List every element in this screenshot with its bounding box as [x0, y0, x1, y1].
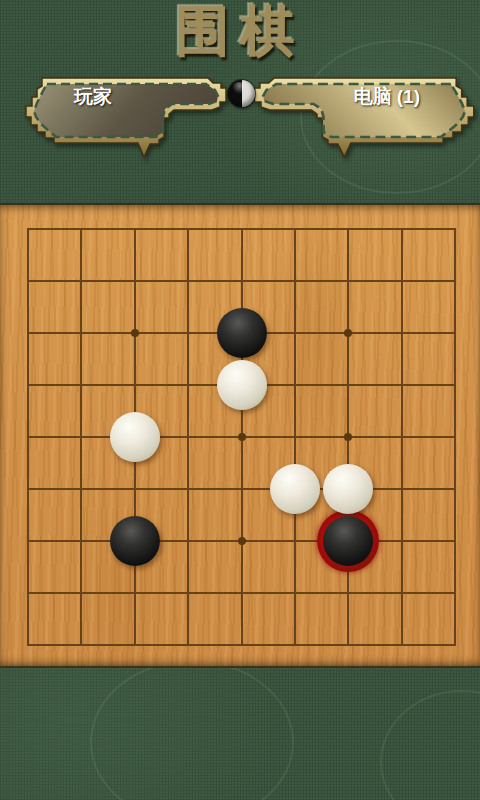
star-point — [344, 433, 352, 441]
star-point — [238, 537, 246, 545]
stone-black — [110, 516, 160, 566]
stone-white — [217, 360, 267, 410]
grid-line-horizontal — [27, 488, 456, 490]
stone-white — [270, 464, 320, 514]
turn-indicator-icon — [228, 80, 255, 107]
player-right-label: 电脑 (1) — [354, 84, 421, 110]
app-screen: 围棋 玩家 — [0, 0, 480, 800]
star-point — [344, 329, 352, 337]
star-point — [131, 329, 139, 337]
grid-line-vertical — [294, 228, 296, 646]
stone-black — [323, 516, 373, 566]
star-point — [238, 433, 246, 441]
player-left-label: 玩家 — [74, 84, 112, 110]
stone-white — [110, 412, 160, 462]
grid-line-vertical — [401, 228, 403, 646]
player-banner-left — [24, 77, 230, 159]
go-board[interactable] — [0, 203, 480, 668]
grid-line-horizontal — [27, 592, 456, 594]
grid-line-vertical — [454, 228, 456, 646]
stone-black — [217, 308, 267, 358]
top-panel: 围棋 玩家 — [0, 0, 480, 203]
stone-white — [323, 464, 373, 514]
grid-line-horizontal — [27, 644, 456, 646]
app-title: 围棋 — [0, 0, 480, 62]
control-bar: 版图 过 — [0, 668, 480, 800]
